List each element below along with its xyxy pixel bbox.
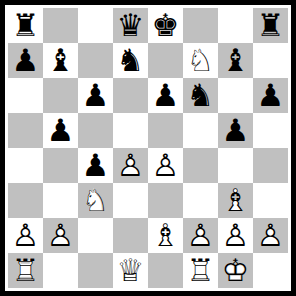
white-bishop-piece: ♝♗ (218, 183, 253, 218)
square-f2[interactable]: ♟♙ (183, 218, 218, 253)
white-rook-piece: ♜♖ (8, 253, 43, 288)
chess-board: ♜♛♚♜♟♝♞♞♘♝♟♟♞♟♟♟♟♟♙♟♙♞♘♝♗♟♙♟♙♝♗♟♙♟♙♟♙♜♖♛… (8, 8, 288, 288)
square-e1[interactable] (148, 253, 183, 288)
square-h4[interactable] (253, 148, 288, 183)
square-g4[interactable] (218, 148, 253, 183)
square-e6[interactable]: ♟ (148, 78, 183, 113)
square-a8[interactable]: ♜ (8, 8, 43, 43)
black-knight-piece: ♞ (113, 43, 148, 78)
square-b4[interactable] (43, 148, 78, 183)
square-f5[interactable] (183, 113, 218, 148)
square-d8[interactable]: ♛ (113, 8, 148, 43)
square-e2[interactable]: ♝♗ (148, 218, 183, 253)
white-pawn-piece: ♟♙ (183, 218, 218, 253)
square-c7[interactable] (78, 43, 113, 78)
black-bishop-piece: ♝ (43, 43, 78, 78)
square-h1[interactable] (253, 253, 288, 288)
square-c2[interactable] (78, 218, 113, 253)
black-rook-piece: ♜ (253, 8, 288, 43)
white-rook-piece: ♜♖ (183, 253, 218, 288)
square-h3[interactable] (253, 183, 288, 218)
black-pawn-piece: ♟ (148, 78, 183, 113)
square-f1[interactable]: ♜♖ (183, 253, 218, 288)
square-g1[interactable]: ♚♔ (218, 253, 253, 288)
white-pawn-piece: ♟♙ (253, 218, 288, 253)
square-d7[interactable]: ♞ (113, 43, 148, 78)
square-a4[interactable] (8, 148, 43, 183)
square-e7[interactable] (148, 43, 183, 78)
square-g6[interactable] (218, 78, 253, 113)
square-c3[interactable]: ♞♘ (78, 183, 113, 218)
square-e3[interactable] (148, 183, 183, 218)
square-d3[interactable] (113, 183, 148, 218)
white-knight-piece: ♞♘ (183, 43, 218, 78)
square-h5[interactable] (253, 113, 288, 148)
square-b3[interactable] (43, 183, 78, 218)
square-a1[interactable]: ♜♖ (8, 253, 43, 288)
square-b7[interactable]: ♝ (43, 43, 78, 78)
square-g3[interactable]: ♝♗ (218, 183, 253, 218)
square-c6[interactable]: ♟ (78, 78, 113, 113)
square-f6[interactable]: ♞ (183, 78, 218, 113)
white-king-piece: ♚♔ (218, 253, 253, 288)
square-f3[interactable] (183, 183, 218, 218)
square-a6[interactable] (8, 78, 43, 113)
square-e8[interactable]: ♚ (148, 8, 183, 43)
square-c8[interactable] (78, 8, 113, 43)
white-pawn-piece: ♟♙ (43, 218, 78, 253)
square-c4[interactable]: ♟ (78, 148, 113, 183)
square-f4[interactable] (183, 148, 218, 183)
square-e5[interactable] (148, 113, 183, 148)
square-h7[interactable] (253, 43, 288, 78)
square-h2[interactable]: ♟♙ (253, 218, 288, 253)
square-d6[interactable] (113, 78, 148, 113)
square-h8[interactable]: ♜ (253, 8, 288, 43)
square-g5[interactable]: ♟ (218, 113, 253, 148)
white-queen-piece: ♛♕ (113, 253, 148, 288)
square-h6[interactable]: ♟ (253, 78, 288, 113)
black-pawn-piece: ♟ (8, 43, 43, 78)
square-a5[interactable] (8, 113, 43, 148)
white-pawn-piece: ♟♙ (113, 148, 148, 183)
square-b1[interactable] (43, 253, 78, 288)
square-f7[interactable]: ♞♘ (183, 43, 218, 78)
black-rook-piece: ♜ (8, 8, 43, 43)
square-c1[interactable] (78, 253, 113, 288)
square-d2[interactable] (113, 218, 148, 253)
square-d5[interactable] (113, 113, 148, 148)
black-pawn-piece: ♟ (253, 78, 288, 113)
square-b6[interactable] (43, 78, 78, 113)
black-queen-piece: ♛ (113, 8, 148, 43)
square-b8[interactable] (43, 8, 78, 43)
square-a2[interactable]: ♟♙ (8, 218, 43, 253)
square-b5[interactable]: ♟ (43, 113, 78, 148)
square-c5[interactable] (78, 113, 113, 148)
black-bishop-piece: ♝ (218, 43, 253, 78)
square-e4[interactable]: ♟♙ (148, 148, 183, 183)
square-f8[interactable] (183, 8, 218, 43)
black-pawn-piece: ♟ (78, 148, 113, 183)
black-pawn-piece: ♟ (218, 113, 253, 148)
black-king-piece: ♚ (148, 8, 183, 43)
white-bishop-piece: ♝♗ (148, 218, 183, 253)
square-g2[interactable]: ♟♙ (218, 218, 253, 253)
square-d1[interactable]: ♛♕ (113, 253, 148, 288)
square-a7[interactable]: ♟ (8, 43, 43, 78)
black-pawn-piece: ♟ (78, 78, 113, 113)
black-pawn-piece: ♟ (43, 113, 78, 148)
square-g8[interactable] (218, 8, 253, 43)
square-d4[interactable]: ♟♙ (113, 148, 148, 183)
square-a3[interactable] (8, 183, 43, 218)
white-pawn-piece: ♟♙ (8, 218, 43, 253)
black-knight-piece: ♞ (183, 78, 218, 113)
white-pawn-piece: ♟♙ (148, 148, 183, 183)
square-g7[interactable]: ♝ (218, 43, 253, 78)
white-knight-piece: ♞♘ (78, 183, 113, 218)
chess-diagram: ♜♛♚♜♟♝♞♞♘♝♟♟♞♟♟♟♟♟♙♟♙♞♘♝♗♟♙♟♙♝♗♟♙♟♙♟♙♜♖♛… (0, 0, 296, 296)
square-b2[interactable]: ♟♙ (43, 218, 78, 253)
white-pawn-piece: ♟♙ (218, 218, 253, 253)
